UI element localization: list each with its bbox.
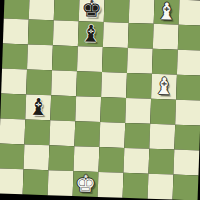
square-g3[interactable] <box>149 124 175 150</box>
square-e6[interactable] <box>102 47 128 73</box>
square-c3[interactable] <box>49 120 75 146</box>
square-f5[interactable] <box>126 73 152 99</box>
square-b6[interactable] <box>27 44 53 70</box>
square-f3[interactable] <box>124 123 150 149</box>
square-d5[interactable] <box>76 71 102 97</box>
square-d6[interactable] <box>77 46 103 72</box>
square-a7[interactable] <box>3 19 29 45</box>
square-d4[interactable] <box>75 96 101 122</box>
square-e4[interactable] <box>100 97 126 123</box>
square-b4[interactable]: ♝ <box>25 94 51 120</box>
square-b8[interactable] <box>29 0 55 20</box>
square-b7[interactable] <box>28 19 54 45</box>
square-e2[interactable] <box>98 147 124 173</box>
photo-background: ♚♝♝♝♝♚ <box>0 0 200 200</box>
square-a3[interactable] <box>0 119 25 145</box>
square-g6[interactable] <box>152 49 178 75</box>
square-h2[interactable] <box>173 150 199 176</box>
square-a2[interactable] <box>0 144 24 170</box>
square-c1[interactable] <box>48 170 74 196</box>
piece-white-king[interactable]: ♚ <box>73 171 99 197</box>
square-g4[interactable] <box>150 99 176 125</box>
piece-white-bishop[interactable]: ♝ <box>151 74 177 100</box>
piece-black-bishop[interactable]: ♝ <box>78 21 104 47</box>
square-f6[interactable] <box>127 48 153 74</box>
square-f8[interactable] <box>129 0 155 24</box>
square-h6[interactable] <box>177 50 200 76</box>
square-d7[interactable]: ♝ <box>78 21 104 47</box>
square-f1[interactable] <box>123 173 149 199</box>
square-b2[interactable] <box>24 144 50 170</box>
square-h7[interactable] <box>178 25 200 51</box>
square-f4[interactable] <box>125 98 151 124</box>
square-d3[interactable] <box>74 121 100 147</box>
square-c2[interactable] <box>49 145 75 171</box>
square-a1[interactable] <box>0 169 24 195</box>
square-e5[interactable] <box>101 72 127 98</box>
square-g7[interactable] <box>153 24 179 50</box>
chess-board: ♚♝♝♝♝♚ <box>0 0 200 200</box>
square-a8[interactable] <box>4 0 30 19</box>
square-g8[interactable]: ♝ <box>154 0 180 25</box>
square-c7[interactable] <box>53 20 79 46</box>
piece-white-bishop[interactable]: ♝ <box>154 0 180 25</box>
square-d8[interactable]: ♚ <box>79 0 105 22</box>
square-a5[interactable] <box>1 69 27 95</box>
square-h1[interactable] <box>173 175 199 200</box>
square-a6[interactable] <box>2 44 28 70</box>
square-g1[interactable] <box>148 174 174 200</box>
square-c6[interactable] <box>52 45 78 71</box>
square-a4[interactable] <box>0 94 26 120</box>
square-g2[interactable] <box>148 149 174 175</box>
square-c5[interactable] <box>51 70 77 96</box>
square-c4[interactable] <box>50 95 76 121</box>
square-e8[interactable] <box>104 0 130 23</box>
square-f2[interactable] <box>123 148 149 174</box>
square-b5[interactable] <box>26 69 52 95</box>
square-h4[interactable] <box>175 100 200 126</box>
square-h5[interactable] <box>176 75 200 101</box>
square-d1[interactable]: ♚ <box>73 171 99 197</box>
piece-black-bishop[interactable]: ♝ <box>25 94 51 120</box>
square-f7[interactable] <box>128 23 154 49</box>
square-e7[interactable] <box>103 22 129 48</box>
square-b1[interactable] <box>23 169 49 195</box>
square-h3[interactable] <box>174 125 200 151</box>
square-b3[interactable] <box>24 119 50 145</box>
piece-black-king[interactable]: ♚ <box>79 0 105 22</box>
square-d2[interactable] <box>74 146 100 172</box>
square-h8[interactable] <box>179 0 200 26</box>
square-e3[interactable] <box>99 122 125 148</box>
square-g5[interactable]: ♝ <box>151 74 177 100</box>
square-c8[interactable] <box>54 0 80 21</box>
square-e1[interactable] <box>98 172 124 198</box>
